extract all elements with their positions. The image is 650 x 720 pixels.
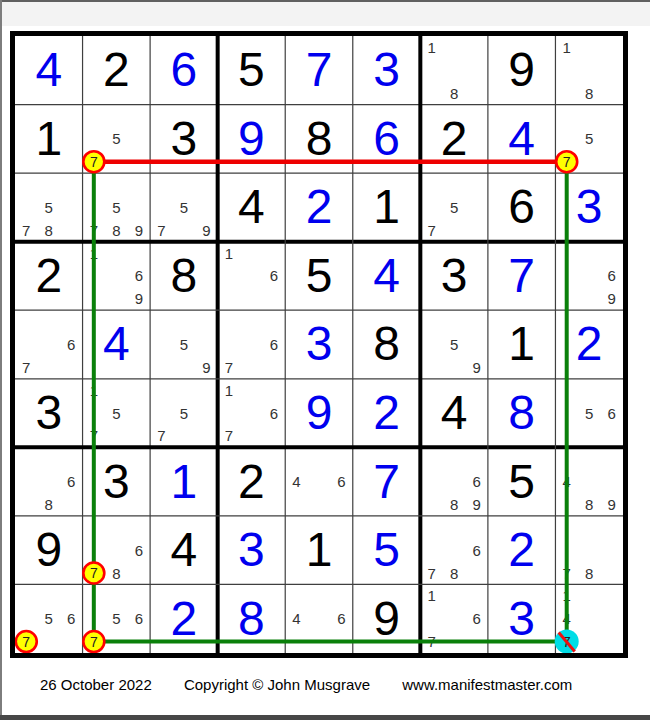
pencil-marks: 78 [555,516,623,585]
candidate-digit: 5 [105,196,128,219]
pencil-marks: 69 [555,242,623,311]
candidate-digit: 6 [128,539,151,562]
cell-r6c5[interactable]: 9 [285,379,353,448]
cell-r7c7[interactable]: 689 [420,447,488,516]
solved-digit: 2 [306,183,333,231]
cell-r3c8[interactable]: 6 [488,173,556,242]
cell-r2c9[interactable]: 57 [555,105,623,174]
candidate-digit: 7 [83,424,106,447]
candidate-digit: 7 [420,630,443,653]
solved-digit: 9 [238,115,265,163]
cell-r6c1[interactable]: 3 [15,379,83,448]
cell-r5c4[interactable]: 67 [218,310,286,379]
cell-r8c3[interactable]: 4 [150,516,218,585]
pencil-marks: 5789 [83,173,151,242]
cell-r5c9[interactable]: 2 [555,310,623,379]
cell-r8c6[interactable]: 5 [353,516,421,585]
cell-r3c5[interactable]: 2 [285,173,353,242]
cell-r4c1[interactable]: 2 [15,242,83,311]
candidate-digit: 5 [443,333,466,356]
sudoku-app-window: { "game": "sudoku", "board": { "position… [0,0,650,720]
candidate-digit: 8 [105,219,128,242]
candidate-digit: 8 [105,562,128,585]
pencil-marks: 57 [420,173,488,242]
pencil-marks: 567 [83,584,151,653]
candidate-digit: 9 [128,287,151,310]
pencil-marks: 46 [285,447,353,516]
candidate-digit: 5 [173,196,196,219]
given-digit: 8 [373,320,400,368]
candidate-digit: 1 [555,584,578,607]
pencil-marks: 689 [420,447,488,516]
solved-digit: 2 [373,389,400,437]
pencil-marks: 489 [555,447,623,516]
pencil-marks: 57 [555,105,623,174]
pencil-marks: 16 [218,242,286,311]
candidate-digit: 6 [60,470,83,493]
candidate-digit: 5 [105,607,128,630]
cell-r3c4[interactable]: 4 [218,173,286,242]
solved-digit: 3 [373,46,400,94]
cell-r4c4[interactable]: 16 [218,242,286,311]
given-digit: 2 [35,252,62,300]
pencil-marks: 578 [15,173,83,242]
window-left-edge [0,0,2,720]
cell-r9c9[interactable]: 147 [555,584,623,653]
footer-date: 26 October 2022 [40,676,152,693]
cell-r1c1[interactable]: 4 [15,36,83,105]
given-digit: 5 [508,458,535,506]
candidate-digit: 7 [218,356,241,379]
pencil-marks: 57 [150,379,218,448]
cell-r9c7[interactable]: 167 [420,584,488,653]
cell-r1c8[interactable]: 9 [488,36,556,105]
candidate-digit: 4 [555,607,578,630]
given-digit: 8 [306,115,333,163]
cell-r4c8[interactable]: 7 [488,242,556,311]
candidate-digit: 5 [38,196,61,219]
solved-digit: 2 [171,595,198,643]
solved-digit: 2 [508,526,535,574]
cell-r3c7[interactable]: 57 [420,173,488,242]
pencil-marks: 169 [83,242,151,311]
pencil-marks: 68 [15,447,83,516]
cell-r2c5[interactable]: 8 [285,105,353,174]
candidate-digit: 1 [420,584,443,607]
given-digit: 1 [306,526,333,574]
candidate-digit: 8 [578,562,601,585]
cell-r9c4[interactable]: 8 [218,584,286,653]
cell-r7c5[interactable]: 46 [285,447,353,516]
cell-r8c4[interactable]: 3 [218,516,286,585]
candidate-digit: 7 [218,424,241,447]
cell-r4c3[interactable]: 8 [150,242,218,311]
cell-r3c3[interactable]: 579 [150,173,218,242]
pencil-marks: 46 [285,584,353,653]
candidate-digit: 8 [38,493,61,516]
given-digit: 2 [103,46,130,94]
cell-r1c2[interactable]: 2 [83,36,151,105]
candidate-digit: 1 [83,379,106,402]
given-digit: 2 [441,115,468,163]
candidate-digit: 7 [83,562,106,585]
cell-r3c6[interactable]: 1 [353,173,421,242]
candidate-digit: 8 [38,219,61,242]
pencil-marks: 59 [420,310,488,379]
candidate-digit: 8 [578,82,601,105]
solved-digit: 6 [171,46,198,94]
candidate-digit: 4 [285,607,308,630]
cell-r5c8[interactable]: 1 [488,310,556,379]
cell-r6c7[interactable]: 4 [420,379,488,448]
candidate-digit: 7 [83,150,106,173]
solved-digit: 4 [508,115,535,163]
pencil-marks: 167 [218,379,286,448]
cell-r6c4[interactable]: 167 [218,379,286,448]
cell-r9c6[interactable]: 9 [353,584,421,653]
solved-digit: 3 [576,183,603,231]
solved-digit: 7 [508,252,535,300]
candidate-digit: 9 [128,219,151,242]
solved-digit: 7 [306,46,333,94]
cell-r9c3[interactable]: 2 [150,584,218,653]
pencil-marks: 67 [218,310,286,379]
solved-digit: 3 [238,526,265,574]
given-digit: 4 [441,389,468,437]
cell-r7c8[interactable]: 5 [488,447,556,516]
cell-r7c9[interactable]: 489 [555,447,623,516]
candidate-digit: 7 [555,630,578,653]
solved-digit: 3 [306,320,333,368]
solved-digit: 4 [103,320,130,368]
pencil-marks: 157 [83,379,151,448]
given-digit: 6 [508,183,535,231]
candidate-digit: 7 [150,424,173,447]
cell-r9c8[interactable]: 3 [488,584,556,653]
solved-digit: 8 [508,389,535,437]
candidate-digit: 1 [420,36,443,59]
solved-digit: 8 [238,595,265,643]
given-digit: 1 [35,115,62,163]
solved-digit: 4 [35,46,62,94]
pencil-marks: 147 [555,584,623,653]
given-digit: 1 [373,183,400,231]
footer-copyright: Copyright © John Musgrave [184,676,370,693]
given-digit: 4 [238,183,265,231]
pencil-marks: 567 [15,584,83,653]
solved-digit: 5 [373,526,400,574]
cell-r5c6[interactable]: 8 [353,310,421,379]
candidate-digit: 7 [555,150,578,173]
solved-digit: 1 [171,458,198,506]
cell-r5c1[interactable]: 67 [15,310,83,379]
cell-r2c1[interactable]: 1 [15,105,83,174]
candidate-digit: 6 [330,607,353,630]
cell-r1c6[interactable]: 3 [353,36,421,105]
given-digit: 5 [238,46,265,94]
cell-r2c4[interactable]: 9 [218,105,286,174]
pencil-marks: 678 [420,516,488,585]
candidate-digit: 6 [60,607,83,630]
cell-r1c4[interactable]: 5 [218,36,286,105]
candidate-digit: 6 [263,333,286,356]
given-digit: 9 [35,526,62,574]
cell-r3c2[interactable]: 5789 [83,173,151,242]
pencil-marks: 18 [420,36,488,105]
candidate-digit: 4 [555,470,578,493]
candidate-digit: 6 [330,470,353,493]
candidate-digit: 7 [83,219,106,242]
given-digit: 3 [171,115,198,163]
given-digit: 3 [441,252,468,300]
given-digit: 2 [238,458,265,506]
candidate-digit: 9 [195,219,218,242]
pencil-marks: 59 [150,310,218,379]
cell-r2c2[interactable]: 57 [83,105,151,174]
given-digit: 4 [171,526,198,574]
cell-r5c5[interactable]: 3 [285,310,353,379]
cell-r6c3[interactable]: 57 [150,379,218,448]
solved-digit: 4 [373,252,400,300]
candidate-digit: 6 [600,402,623,425]
cell-r6c9[interactable]: 56 [555,379,623,448]
candidate-digit: 9 [465,493,488,516]
candidate-digit: 5 [105,127,128,150]
given-digit: 9 [373,595,400,643]
cell-r8c5[interactable]: 1 [285,516,353,585]
cell-r8c8[interactable]: 2 [488,516,556,585]
candidate-digit: 7 [83,630,106,653]
candidate-digit: 6 [465,539,488,562]
candidate-digit: 9 [195,356,218,379]
cell-r7c4[interactable]: 2 [218,447,286,516]
given-digit: 1 [508,320,535,368]
candidate-digit: 7 [555,562,578,585]
given-digit: 8 [171,252,198,300]
cell-r8c2[interactable]: 678 [83,516,151,585]
pencil-marks: 18 [555,36,623,105]
pencil-marks: 67 [15,310,83,379]
solved-digit: 9 [306,389,333,437]
candidate-digit: 6 [465,470,488,493]
cell-r4c5[interactable]: 5 [285,242,353,311]
candidate-digit: 4 [285,470,308,493]
cell-r5c2[interactable]: 4 [83,310,151,379]
cell-r4c2[interactable]: 169 [83,242,151,311]
footer-website: www.manifestmaster.com [402,676,572,693]
candidate-digit: 5 [105,402,128,425]
cell-r1c5[interactable]: 7 [285,36,353,105]
candidate-digit: 9 [465,356,488,379]
candidate-digit: 6 [128,265,151,288]
cell-r6c8[interactable]: 8 [488,379,556,448]
candidate-digit: 9 [600,493,623,516]
candidate-digit: 1 [555,36,578,59]
cell-r1c7[interactable]: 18 [420,36,488,105]
pencil-marks: 56 [555,379,623,448]
pencil-marks: 678 [83,516,151,585]
cell-r8c9[interactable]: 78 [555,516,623,585]
candidate-digit: 5 [443,196,466,219]
given-digit: 9 [508,46,535,94]
solved-digit: 6 [373,115,400,163]
candidate-digit: 6 [600,265,623,288]
candidate-digit: 8 [443,82,466,105]
cell-r7c2[interactable]: 3 [83,447,151,516]
candidate-digit: 7 [420,219,443,242]
window-bottom-edge [0,715,650,720]
cell-r1c3[interactable]: 6 [150,36,218,105]
pencil-marks: 57 [83,105,151,174]
cell-r9c5[interactable]: 46 [285,584,353,653]
cell-r9c1[interactable]: 567 [15,584,83,653]
candidate-digit: 7 [420,562,443,585]
pencil-marks: 579 [150,173,218,242]
candidate-digit: 5 [173,333,196,356]
cell-r9c2[interactable]: 567 [83,584,151,653]
candidate-digit: 5 [578,402,601,425]
cell-r1c9[interactable]: 18 [555,36,623,105]
cell-r3c1[interactable]: 578 [15,173,83,242]
candidate-digit: 5 [173,402,196,425]
cell-r6c6[interactable]: 2 [353,379,421,448]
cell-r6c2[interactable]: 157 [83,379,151,448]
solved-digit: 3 [508,595,535,643]
cell-r5c3[interactable]: 59 [150,310,218,379]
solved-digit: 2 [576,320,603,368]
candidate-digit: 6 [263,402,286,425]
cell-r2c6[interactable]: 6 [353,105,421,174]
given-digit: 5 [306,252,333,300]
cell-r2c7[interactable]: 2 [420,105,488,174]
candidate-digit: 8 [578,493,601,516]
candidate-digit: 1 [83,242,106,265]
pencil-marks: 167 [420,584,488,653]
cell-r2c8[interactable]: 4 [488,105,556,174]
cell-r7c1[interactable]: 68 [15,447,83,516]
candidate-digit: 7 [15,356,38,379]
cell-r7c3[interactable]: 1 [150,447,218,516]
window-titlebar [2,2,650,26]
candidate-digit: 8 [443,562,466,585]
candidate-digit: 6 [263,265,286,288]
footer-credit: 26 October 2022 Copyright © John Musgrav… [40,676,572,693]
candidate-digit: 5 [38,607,61,630]
candidate-digit: 6 [128,607,151,630]
candidate-digit: 6 [60,333,83,356]
cell-r8c7[interactable]: 678 [420,516,488,585]
solved-digit: 7 [373,458,400,506]
candidate-digit: 9 [600,287,623,310]
candidate-digit: 1 [218,379,241,402]
candidate-digit: 5 [578,127,601,150]
cell-r3c9[interactable]: 3 [555,173,623,242]
given-digit: 3 [35,389,62,437]
sudoku-board: 4265731891815739862457578578957942157632… [10,31,628,658]
cell-r7c6[interactable]: 7 [353,447,421,516]
candidate-digit: 1 [218,242,241,265]
cell-r2c3[interactable]: 3 [150,105,218,174]
candidate-digit: 6 [465,607,488,630]
candidate-digit: 8 [443,493,466,516]
cell-r4c7[interactable]: 3 [420,242,488,311]
candidate-digit: 7 [15,630,38,653]
given-digit: 3 [103,458,130,506]
cell-grid: 4265731891815739862457578578957942157632… [15,36,623,653]
cell-r5c7[interactable]: 59 [420,310,488,379]
cell-r4c6[interactable]: 4 [353,242,421,311]
cell-r8c1[interactable]: 9 [15,516,83,585]
candidate-digit: 7 [15,219,38,242]
cell-r4c9[interactable]: 69 [555,242,623,311]
candidate-digit: 7 [150,219,173,242]
